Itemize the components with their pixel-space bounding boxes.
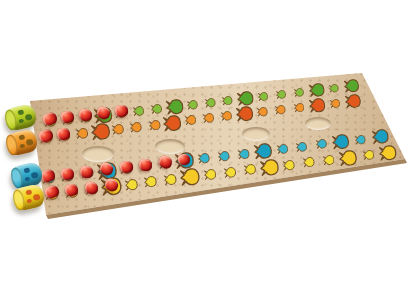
red-gem[interactable] — [119, 160, 133, 174]
track-space[interactable] — [203, 168, 217, 180]
board-hole — [305, 117, 331, 130]
cylinder-end-cap — [4, 133, 19, 156]
painted-motif — [18, 119, 24, 124]
track-space[interactable] — [322, 154, 335, 166]
cylinder-end-cap — [11, 188, 26, 211]
painted-motif — [19, 144, 25, 149]
track-space[interactable] — [283, 159, 296, 171]
track-space[interactable] — [259, 158, 280, 177]
track-space[interactable] — [257, 106, 269, 117]
painted-motif — [26, 199, 32, 204]
track-space[interactable] — [144, 175, 158, 188]
track-space[interactable] — [362, 150, 374, 161]
painted-motif — [24, 177, 30, 182]
track-space[interactable] — [344, 93, 362, 109]
painted-motif — [25, 114, 33, 121]
track-space[interactable] — [235, 105, 254, 123]
red-gem[interactable] — [139, 158, 153, 171]
track-space[interactable] — [75, 127, 88, 139]
track-space[interactable] — [308, 97, 326, 114]
track-space[interactable] — [296, 141, 308, 152]
track-space[interactable] — [202, 113, 214, 124]
track-space[interactable] — [186, 99, 198, 110]
painted-motif — [18, 134, 25, 140]
track-space[interactable] — [164, 173, 178, 186]
track-space[interactable] — [150, 103, 162, 114]
track-space[interactable] — [329, 98, 340, 108]
painted-motif — [23, 167, 30, 173]
track-space[interactable] — [243, 164, 256, 176]
board-hole — [242, 127, 270, 141]
painted-motif — [33, 194, 41, 201]
player-cylinder-orange[interactable] — [5, 128, 39, 157]
product-photo-scene — [0, 0, 416, 296]
track-space[interactable] — [275, 104, 287, 115]
painted-motif — [25, 189, 32, 195]
track-space[interactable] — [293, 87, 304, 97]
track-space[interactable] — [371, 128, 390, 145]
track-space[interactable] — [217, 150, 230, 162]
cylinder-end-cap — [3, 108, 18, 131]
track-space[interactable] — [329, 83, 340, 93]
cylinder-end-cap — [9, 166, 24, 189]
red-gem[interactable] — [84, 181, 98, 194]
player-cylinder-green[interactable] — [4, 103, 38, 132]
track-space[interactable] — [220, 111, 232, 122]
track-space[interactable] — [378, 144, 397, 162]
track-space[interactable] — [315, 139, 327, 150]
track-space[interactable] — [184, 115, 196, 126]
board-hole — [82, 146, 114, 162]
track-space[interactable] — [133, 105, 145, 116]
track-space[interactable] — [179, 167, 201, 187]
track-space[interactable] — [308, 82, 325, 98]
track-space[interactable] — [293, 102, 305, 113]
track-space[interactable] — [130, 121, 143, 133]
track-space[interactable] — [223, 166, 236, 178]
track-space[interactable] — [148, 119, 161, 131]
track-space[interactable] — [344, 78, 361, 93]
track-space[interactable] — [204, 97, 216, 108]
track-space[interactable] — [90, 122, 111, 142]
painted-motif — [31, 172, 39, 179]
track-space[interactable] — [112, 123, 125, 135]
track-space[interactable] — [276, 143, 288, 154]
track-space[interactable] — [258, 91, 269, 101]
board-hole — [155, 139, 185, 154]
track-space[interactable] — [275, 89, 286, 99]
game-board — [0, 0, 416, 296]
track-space[interactable] — [237, 148, 250, 160]
painted-motif — [26, 139, 34, 146]
painted-motif — [17, 109, 24, 115]
track-space[interactable] — [303, 157, 316, 169]
track-space[interactable] — [165, 98, 184, 116]
track-space[interactable] — [162, 113, 182, 132]
track-space[interactable] — [338, 149, 358, 167]
track-space[interactable] — [198, 153, 211, 165]
track-space[interactable] — [124, 178, 138, 191]
track-space[interactable] — [222, 95, 234, 106]
track-space[interactable] — [331, 133, 350, 151]
track-space[interactable] — [355, 134, 367, 145]
